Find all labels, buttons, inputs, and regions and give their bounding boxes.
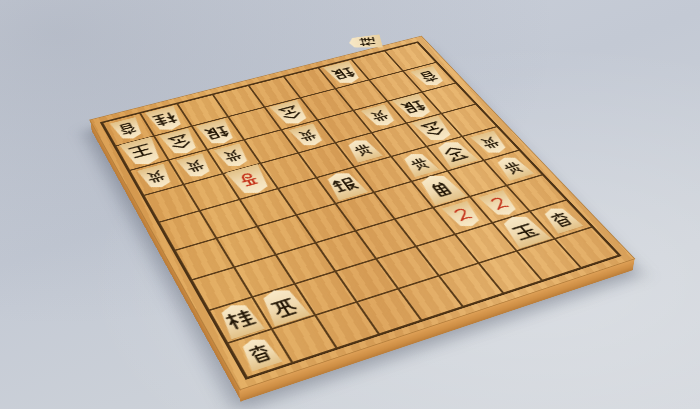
square-4h[interactable] xyxy=(416,235,478,276)
piece-lance-black[interactable] xyxy=(236,335,284,372)
square-3g[interactable] xyxy=(433,196,493,234)
square-9h[interactable] xyxy=(209,297,272,343)
square-3i[interactable] xyxy=(478,251,542,293)
square-6i[interactable] xyxy=(357,289,421,334)
photo-scene: { "game": "shogi", "scene": { "descripti… xyxy=(0,0,700,409)
square-5g[interactable] xyxy=(356,219,417,259)
square-9f[interactable] xyxy=(175,238,234,279)
piece-knight-black[interactable] xyxy=(214,300,267,340)
piece-lance-white[interactable] xyxy=(410,66,449,89)
square-6h[interactable] xyxy=(336,259,399,302)
square-9d[interactable] xyxy=(144,185,200,223)
square-2i[interactable] xyxy=(517,239,581,281)
square-7f[interactable] xyxy=(257,215,316,255)
square-5i[interactable] xyxy=(398,276,462,320)
piece-pawn-white[interactable] xyxy=(288,124,328,149)
square-4f[interactable] xyxy=(374,181,433,218)
square-2h[interactable] xyxy=(493,211,555,251)
square-7g[interactable] xyxy=(275,242,336,284)
square-5f[interactable] xyxy=(336,192,395,230)
piece-lance-black[interactable] xyxy=(538,205,584,235)
square-4i[interactable] xyxy=(439,263,503,306)
square-8i[interactable] xyxy=(272,315,337,362)
square-7h[interactable] xyxy=(294,271,357,315)
square-3h[interactable] xyxy=(455,223,517,263)
square-6g[interactable] xyxy=(316,231,377,272)
square-8e[interactable] xyxy=(199,200,256,239)
square-8g[interactable] xyxy=(234,255,295,298)
square-1h[interactable] xyxy=(530,200,592,239)
square-7e[interactable] xyxy=(239,189,296,227)
square-9i[interactable] xyxy=(227,329,292,377)
square-8f[interactable] xyxy=(216,226,275,267)
piece-rook-black[interactable] xyxy=(255,285,312,327)
piece-king-black-black[interactable] xyxy=(496,212,553,249)
square-7i[interactable] xyxy=(315,302,380,348)
square-1i[interactable] xyxy=(555,227,619,268)
piece-pawn-white[interactable] xyxy=(470,130,512,156)
piece-tokin-white[interactable] xyxy=(478,190,523,219)
square-9e[interactable] xyxy=(159,211,216,250)
square-4g[interactable] xyxy=(394,207,455,246)
square-2g[interactable] xyxy=(470,185,530,223)
piece-tokin-white[interactable] xyxy=(440,201,485,230)
square-9g[interactable] xyxy=(191,267,252,311)
piece-pawn-white[interactable] xyxy=(136,164,176,192)
square-5h[interactable] xyxy=(376,247,438,289)
square-6f[interactable] xyxy=(297,204,356,243)
square-8h[interactable] xyxy=(252,284,315,329)
